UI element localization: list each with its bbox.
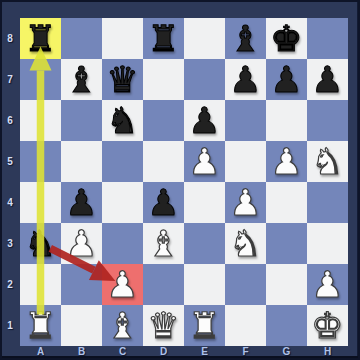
- file-label-a: A: [20, 345, 61, 358]
- square-g7[interactable]: ♟: [266, 59, 307, 100]
- piece-black-bishop[interactable]: ♝: [225, 18, 266, 59]
- piece-black-pawn[interactable]: ♟: [61, 182, 102, 223]
- square-f3[interactable]: ♞: [225, 223, 266, 264]
- square-f8[interactable]: ♝: [225, 18, 266, 59]
- square-h5[interactable]: ♞: [307, 141, 348, 182]
- square-e2[interactable]: [184, 264, 225, 305]
- square-f5[interactable]: [225, 141, 266, 182]
- square-b4[interactable]: ♟: [61, 182, 102, 223]
- piece-white-rook[interactable]: ♜: [20, 305, 61, 346]
- square-e7[interactable]: [184, 59, 225, 100]
- square-e5[interactable]: ♟: [184, 141, 225, 182]
- board-grid: ♜♜♝♚♝♛♟♟♟♞♟♟♟♞♟♟♟♞♟♝♞♟♟♜♝♛♜♚: [20, 18, 348, 346]
- square-g2[interactable]: [266, 264, 307, 305]
- rank-label-2: 2: [0, 264, 20, 305]
- square-a3[interactable]: ♞: [20, 223, 61, 264]
- square-e4[interactable]: [184, 182, 225, 223]
- square-d8[interactable]: ♜: [143, 18, 184, 59]
- square-h7[interactable]: ♟: [307, 59, 348, 100]
- square-d1[interactable]: ♛: [143, 305, 184, 346]
- square-e6[interactable]: ♟: [184, 100, 225, 141]
- square-c1[interactable]: ♝: [102, 305, 143, 346]
- piece-white-pawn[interactable]: ♟: [225, 182, 266, 223]
- piece-black-pawn[interactable]: ♟: [184, 100, 225, 141]
- square-a1[interactable]: ♜: [20, 305, 61, 346]
- square-c7[interactable]: ♛: [102, 59, 143, 100]
- rank-label-4: 4: [0, 182, 20, 223]
- rank-label-6: 6: [0, 100, 20, 141]
- square-a5[interactable]: [20, 141, 61, 182]
- piece-black-king[interactable]: ♚: [266, 18, 307, 59]
- square-h8[interactable]: [307, 18, 348, 59]
- square-g5[interactable]: ♟: [266, 141, 307, 182]
- square-f2[interactable]: [225, 264, 266, 305]
- piece-black-knight[interactable]: ♞: [102, 100, 143, 141]
- file-label-d: D: [143, 345, 184, 358]
- square-b3[interactable]: ♟: [61, 223, 102, 264]
- square-a8[interactable]: ♜: [20, 18, 61, 59]
- square-g4[interactable]: [266, 182, 307, 223]
- rank-label-8: 8: [0, 18, 20, 59]
- square-a7[interactable]: [20, 59, 61, 100]
- square-h6[interactable]: [307, 100, 348, 141]
- square-d5[interactable]: [143, 141, 184, 182]
- square-b5[interactable]: [61, 141, 102, 182]
- square-b8[interactable]: [61, 18, 102, 59]
- square-b1[interactable]: [61, 305, 102, 346]
- piece-black-pawn[interactable]: ♟: [143, 182, 184, 223]
- rank-label-3: 3: [0, 223, 20, 264]
- piece-black-queen[interactable]: ♛: [102, 59, 143, 100]
- piece-white-pawn[interactable]: ♟: [184, 141, 225, 182]
- square-g3[interactable]: [266, 223, 307, 264]
- rank-label-1: 1: [0, 305, 20, 346]
- piece-black-pawn[interactable]: ♟: [266, 59, 307, 100]
- square-h3[interactable]: [307, 223, 348, 264]
- piece-white-pawn[interactable]: ♟: [307, 264, 348, 305]
- square-c8[interactable]: [102, 18, 143, 59]
- square-a4[interactable]: [20, 182, 61, 223]
- file-label-c: C: [102, 345, 143, 358]
- square-g6[interactable]: [266, 100, 307, 141]
- square-h1[interactable]: ♚: [307, 305, 348, 346]
- piece-white-bishop[interactable]: ♝: [143, 223, 184, 264]
- piece-white-rook[interactable]: ♜: [184, 305, 225, 346]
- square-d2[interactable]: [143, 264, 184, 305]
- square-d6[interactable]: [143, 100, 184, 141]
- file-label-f: F: [225, 345, 266, 358]
- square-f1[interactable]: [225, 305, 266, 346]
- square-d7[interactable]: [143, 59, 184, 100]
- square-h2[interactable]: ♟: [307, 264, 348, 305]
- square-f7[interactable]: ♟: [225, 59, 266, 100]
- square-b6[interactable]: [61, 100, 102, 141]
- square-c2[interactable]: ♟: [102, 264, 143, 305]
- square-b7[interactable]: ♝: [61, 59, 102, 100]
- square-c5[interactable]: [102, 141, 143, 182]
- piece-white-pawn[interactable]: ♟: [266, 141, 307, 182]
- square-g1[interactable]: [266, 305, 307, 346]
- piece-black-knight[interactable]: ♞: [20, 223, 61, 264]
- piece-black-pawn[interactable]: ♟: [225, 59, 266, 100]
- square-f4[interactable]: ♟: [225, 182, 266, 223]
- piece-white-bishop[interactable]: ♝: [102, 305, 143, 346]
- square-d4[interactable]: ♟: [143, 182, 184, 223]
- piece-white-pawn[interactable]: ♟: [61, 223, 102, 264]
- file-label-e: E: [184, 345, 225, 358]
- square-h4[interactable]: [307, 182, 348, 223]
- square-b2[interactable]: [61, 264, 102, 305]
- piece-white-knight[interactable]: ♞: [225, 223, 266, 264]
- piece-black-rook[interactable]: ♜: [143, 18, 184, 59]
- square-a2[interactable]: [20, 264, 61, 305]
- square-c6[interactable]: ♞: [102, 100, 143, 141]
- piece-black-rook[interactable]: ♜: [20, 18, 61, 59]
- chess-board: ♜♜♝♚♝♛♟♟♟♞♟♟♟♞♟♟♟♞♟♝♞♟♟♜♝♛♜♚ 87654321 AB…: [0, 0, 360, 360]
- square-c4[interactable]: [102, 182, 143, 223]
- file-label-b: B: [61, 345, 102, 358]
- square-c3[interactable]: [102, 223, 143, 264]
- square-f6[interactable]: [225, 100, 266, 141]
- square-g8[interactable]: ♚: [266, 18, 307, 59]
- square-e8[interactable]: [184, 18, 225, 59]
- rank-label-7: 7: [0, 59, 20, 100]
- piece-white-queen[interactable]: ♛: [143, 305, 184, 346]
- file-label-g: G: [266, 345, 307, 358]
- file-label-h: H: [307, 345, 348, 358]
- square-d3[interactable]: ♝: [143, 223, 184, 264]
- piece-black-pawn[interactable]: ♟: [307, 59, 348, 100]
- piece-white-knight[interactable]: ♞: [307, 141, 348, 182]
- piece-black-bishop[interactable]: ♝: [61, 59, 102, 100]
- square-a6[interactable]: [20, 100, 61, 141]
- piece-white-king[interactable]: ♚: [307, 305, 348, 346]
- rank-label-5: 5: [0, 141, 20, 182]
- piece-white-pawn[interactable]: ♟: [102, 264, 143, 305]
- square-e3[interactable]: [184, 223, 225, 264]
- square-e1[interactable]: ♜: [184, 305, 225, 346]
